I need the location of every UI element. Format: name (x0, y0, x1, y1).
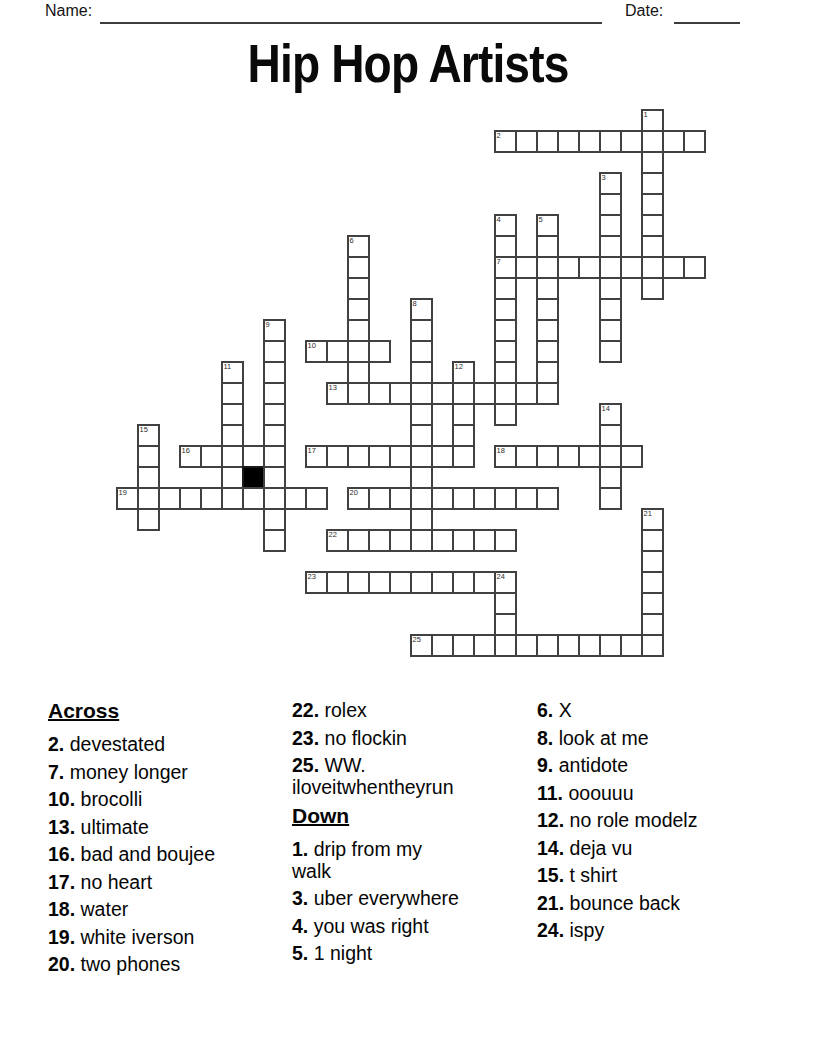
cell-number: 23 (308, 572, 316, 581)
grid-cell[interactable] (495, 236, 516, 257)
grid-cell[interactable] (411, 341, 432, 362)
grid-cell[interactable] (453, 572, 474, 593)
grid-cell[interactable] (537, 446, 558, 467)
grid-cell[interactable] (579, 257, 600, 278)
cell-number: 20 (350, 488, 358, 497)
grid-cell[interactable] (537, 236, 558, 257)
grid-cell[interactable]: 10 (306, 341, 327, 362)
grid-cell[interactable] (558, 446, 579, 467)
grid-cell[interactable] (369, 572, 390, 593)
grid-cell[interactable] (558, 131, 579, 152)
grid-cell[interactable] (495, 593, 516, 614)
grid-cell[interactable] (138, 446, 159, 467)
clue-12-down: 12. no role modelz (537, 809, 792, 831)
clue-23-across: 23. no flockin (292, 727, 464, 749)
grid-cell[interactable] (264, 446, 285, 467)
grid-cell[interactable] (579, 635, 600, 656)
grid-cell[interactable] (516, 635, 537, 656)
grid-cell[interactable] (453, 488, 474, 509)
grid-cell[interactable] (516, 446, 537, 467)
grid-cell[interactable] (411, 383, 432, 404)
grid-cell[interactable] (474, 530, 495, 551)
grid-cell[interactable] (432, 530, 453, 551)
grid-cell[interactable] (495, 362, 516, 383)
grid-cell[interactable] (495, 635, 516, 656)
grid-cell[interactable]: 21 (642, 509, 663, 530)
grid-cell[interactable]: 12 (453, 362, 474, 383)
grid-cell[interactable] (264, 404, 285, 425)
grid-cell[interactable] (579, 131, 600, 152)
grid-cell[interactable] (516, 257, 537, 278)
grid-cell[interactable] (642, 614, 663, 635)
grid-cell[interactable]: 22 (327, 530, 348, 551)
grid-cell[interactable] (495, 404, 516, 425)
grid-cell[interactable] (222, 383, 243, 404)
grid-cell[interactable]: 3 (600, 173, 621, 194)
date-blank (674, 22, 740, 24)
grid-cell[interactable] (411, 404, 432, 425)
grid-cell[interactable] (642, 236, 663, 257)
grid-cell[interactable] (348, 383, 369, 404)
grid-cell[interactable] (411, 467, 432, 488)
grid-cell[interactable] (453, 425, 474, 446)
grid-cell[interactable] (600, 236, 621, 257)
grid-cell[interactable]: 14 (600, 404, 621, 425)
grid-cell[interactable] (474, 488, 495, 509)
grid-cell[interactable] (642, 257, 663, 278)
grid-cell[interactable] (432, 572, 453, 593)
grid-cell[interactable] (138, 467, 159, 488)
grid-cell[interactable] (264, 362, 285, 383)
grid-cell[interactable] (390, 572, 411, 593)
grid-cell[interactable] (537, 341, 558, 362)
grid-cell[interactable] (600, 467, 621, 488)
grid-cell[interactable] (264, 530, 285, 551)
grid-cell[interactable]: 19 (117, 488, 138, 509)
grid-cell[interactable] (642, 278, 663, 299)
grid-cell[interactable] (621, 635, 642, 656)
grid-cell[interactable] (264, 341, 285, 362)
clue-22-across: 22. rolex (292, 699, 464, 721)
grid-cell[interactable] (327, 572, 348, 593)
grid-cell[interactable] (663, 257, 684, 278)
grid-cell[interactable] (348, 341, 369, 362)
grid-cell[interactable] (411, 425, 432, 446)
grid-cell[interactable] (201, 488, 222, 509)
grid-cell[interactable]: 4 (495, 215, 516, 236)
clue-3-down: 3. uber everywhere (292, 887, 464, 909)
grid-cell[interactable] (642, 572, 663, 593)
grid-cell[interactable] (222, 467, 243, 488)
clue-7-across: 7. money longer (48, 761, 283, 783)
grid-cell[interactable]: 1 (642, 110, 663, 131)
cell-number: 8 (413, 299, 417, 308)
grid-cell[interactable] (579, 446, 600, 467)
grid-cell[interactable] (264, 467, 285, 488)
grid-cell[interactable] (243, 446, 264, 467)
clue-1-down: 1. drip from my walk (292, 838, 464, 882)
grid-cell[interactable]: 25 (411, 635, 432, 656)
grid-cell[interactable] (642, 530, 663, 551)
grid-cell[interactable] (411, 488, 432, 509)
middle-clues-column: 22. rolex23. no flockin25. WW. iloveitwh… (292, 699, 464, 970)
grid-cell[interactable] (348, 446, 369, 467)
grid-cell[interactable] (411, 572, 432, 593)
grid-cell[interactable]: 24 (495, 572, 516, 593)
grid-cell[interactable] (537, 320, 558, 341)
black-cell (243, 467, 264, 488)
grid-cell[interactable] (537, 299, 558, 320)
grid-cell[interactable] (537, 278, 558, 299)
grid-cell[interactable]: 18 (495, 446, 516, 467)
grid-cell[interactable] (621, 131, 642, 152)
grid-cell[interactable] (159, 488, 180, 509)
grid-cell[interactable] (600, 488, 621, 509)
clue-21-down: 21. bounce back (537, 892, 792, 914)
cell-number: 5 (539, 215, 543, 224)
cell-number: 3 (602, 173, 606, 182)
grid-cell[interactable] (642, 173, 663, 194)
grid-cell[interactable] (537, 488, 558, 509)
grid-cell[interactable] (537, 635, 558, 656)
grid-cell[interactable]: 5 (537, 215, 558, 236)
grid-cell[interactable] (222, 404, 243, 425)
grid-cell[interactable] (327, 446, 348, 467)
grid-cell[interactable] (369, 488, 390, 509)
grid-cell[interactable] (642, 593, 663, 614)
grid-cell[interactable]: 13 (327, 383, 348, 404)
grid-cell[interactable] (432, 635, 453, 656)
grid-cell[interactable] (453, 530, 474, 551)
grid-cell[interactable] (222, 488, 243, 509)
grid-cell[interactable] (348, 278, 369, 299)
grid-cell[interactable] (453, 383, 474, 404)
grid-cell[interactable] (516, 131, 537, 152)
crossword-grid: 1234567891011121314151617181920212223242… (117, 110, 705, 656)
grid-cell[interactable]: 8 (411, 299, 432, 320)
grid-cell[interactable] (642, 131, 663, 152)
grid-cell[interactable] (411, 362, 432, 383)
grid-cell[interactable] (600, 278, 621, 299)
grid-cell[interactable] (348, 572, 369, 593)
grid-cell[interactable] (348, 530, 369, 551)
grid-cell[interactable] (474, 383, 495, 404)
grid-cell[interactable] (411, 320, 432, 341)
cell-number: 6 (350, 236, 354, 245)
cell-number: 25 (413, 635, 421, 644)
grid-cell[interactable]: 6 (348, 236, 369, 257)
cell-number: 18 (497, 446, 505, 455)
grid-cell[interactable] (600, 341, 621, 362)
grid-cell[interactable] (600, 194, 621, 215)
grid-cell[interactable] (369, 383, 390, 404)
cell-number: 22 (329, 530, 337, 539)
grid-cell[interactable] (474, 635, 495, 656)
grid-cell[interactable] (621, 257, 642, 278)
grid-cell[interactable] (369, 341, 390, 362)
grid-cell[interactable] (495, 488, 516, 509)
grid-cell[interactable] (390, 446, 411, 467)
grid-cell[interactable]: 23 (306, 572, 327, 593)
grid-cell[interactable] (684, 257, 705, 278)
name-blank (100, 22, 602, 24)
cell-number: 7 (497, 257, 501, 266)
clue-11-down: 11. ooouuu (537, 782, 792, 804)
grid-cell[interactable] (495, 383, 516, 404)
grid-cell[interactable] (411, 446, 432, 467)
grid-cell[interactable]: 20 (348, 488, 369, 509)
clue-24-down: 24. ispy (537, 919, 792, 941)
cell-number: 24 (497, 572, 505, 581)
grid-cell[interactable] (453, 635, 474, 656)
cell-number: 14 (602, 404, 610, 413)
grid-cell[interactable] (369, 446, 390, 467)
grid-cell[interactable] (432, 446, 453, 467)
clue-8-down: 8. look at me (537, 727, 792, 749)
across-clues-column: Across 2. devestated7. money longer10. b… (48, 699, 283, 981)
grid-cell[interactable] (138, 488, 159, 509)
clue-2-across: 2. devestated (48, 733, 283, 755)
grid-cell[interactable] (285, 488, 306, 509)
grid-cell[interactable] (600, 257, 621, 278)
down-clues-column: 6. X8. look at me9. antidote11. ooouuu12… (537, 699, 792, 947)
cell-number: 12 (455, 362, 463, 371)
grid-cell[interactable] (684, 131, 705, 152)
cell-number: 11 (224, 362, 232, 371)
grid-cell[interactable] (432, 488, 453, 509)
grid-cell[interactable] (327, 341, 348, 362)
grid-cell[interactable] (222, 446, 243, 467)
grid-cell[interactable] (495, 278, 516, 299)
cell-number: 4 (497, 215, 501, 224)
grid-cell[interactable] (600, 320, 621, 341)
grid-cell[interactable] (453, 404, 474, 425)
grid-cell[interactable] (600, 635, 621, 656)
clue-9-down: 9. antidote (537, 754, 792, 776)
puzzle-title: Hip Hop Artists (53, 33, 763, 94)
clue-15-down: 15. t shirt (537, 864, 792, 886)
grid-cell[interactable]: 2 (495, 131, 516, 152)
grid-cell[interactable] (642, 194, 663, 215)
grid-cell[interactable] (180, 488, 201, 509)
down-heading: Down (292, 804, 464, 828)
across-heading: Across (48, 699, 283, 723)
grid-cell[interactable] (642, 152, 663, 173)
date-label: Date: (625, 2, 663, 20)
clue-25-across: 25. WW. iloveitwhentheyrun (292, 754, 464, 798)
grid-cell[interactable] (558, 257, 579, 278)
grid-cell[interactable] (495, 320, 516, 341)
cell-number: 16 (182, 446, 190, 455)
grid-cell[interactable]: 7 (495, 257, 516, 278)
grid-cell[interactable] (537, 362, 558, 383)
clue-19-across: 19. white iverson (48, 926, 283, 948)
grid-cell[interactable] (264, 488, 285, 509)
cell-number: 19 (119, 488, 127, 497)
grid-cell[interactable] (390, 530, 411, 551)
grid-cell[interactable] (306, 488, 327, 509)
grid-cell[interactable] (516, 488, 537, 509)
cell-number: 15 (140, 425, 148, 434)
grid-cell[interactable] (537, 257, 558, 278)
clue-6-down: 6. X (537, 699, 792, 721)
grid-cell[interactable]: 16 (180, 446, 201, 467)
clue-20-across: 20. two phones (48, 953, 283, 975)
cell-number: 21 (644, 509, 652, 518)
grid-cell[interactable] (264, 509, 285, 530)
grid-cell[interactable] (348, 320, 369, 341)
grid-cell[interactable] (390, 488, 411, 509)
grid-cell[interactable] (474, 572, 495, 593)
grid-cell[interactable] (348, 362, 369, 383)
grid-cell[interactable] (600, 446, 621, 467)
grid-cell[interactable] (222, 425, 243, 446)
grid-cell[interactable]: 17 (306, 446, 327, 467)
grid-cell[interactable] (621, 446, 642, 467)
grid-cell[interactable] (495, 299, 516, 320)
grid-cell[interactable] (642, 635, 663, 656)
cell-number: 13 (329, 383, 337, 392)
grid-cell[interactable] (663, 131, 684, 152)
grid-cell[interactable] (600, 425, 621, 446)
grid-cell[interactable] (537, 131, 558, 152)
grid-cell[interactable] (600, 299, 621, 320)
clue-14-down: 14. deja vu (537, 837, 792, 859)
grid-cell[interactable] (495, 341, 516, 362)
grid-cell[interactable] (600, 215, 621, 236)
grid-cell[interactable] (243, 488, 264, 509)
grid-cell[interactable] (411, 509, 432, 530)
grid-cell[interactable] (453, 446, 474, 467)
cell-number: 17 (308, 446, 316, 455)
grid-cell[interactable] (642, 215, 663, 236)
grid-cell[interactable] (537, 383, 558, 404)
grid-cell[interactable] (516, 383, 537, 404)
clue-17-across: 17. no heart (48, 871, 283, 893)
cell-number: 10 (308, 341, 316, 350)
clue-13-across: 13. ultimate (48, 816, 283, 838)
clue-4-down: 4. you was right (292, 915, 464, 937)
grid-cell[interactable]: 11 (222, 362, 243, 383)
cell-number: 2 (497, 131, 501, 140)
cell-number: 1 (644, 110, 648, 119)
grid-cell[interactable] (390, 383, 411, 404)
grid-cell[interactable] (264, 425, 285, 446)
grid-cell[interactable] (642, 551, 663, 572)
grid-cell[interactable] (411, 530, 432, 551)
clue-18-across: 18. water (48, 898, 283, 920)
grid-cell[interactable] (348, 257, 369, 278)
cell-number: 9 (266, 320, 270, 329)
worksheet-page: { "header": { "name_label": "Name:", "da… (0, 0, 816, 1056)
grid-cell[interactable] (495, 530, 516, 551)
clue-5-down: 5. 1 night (292, 942, 464, 964)
grid-cell[interactable] (432, 383, 453, 404)
grid-cell[interactable] (348, 299, 369, 320)
clue-16-across: 16. bad and boujee (48, 843, 283, 865)
grid-cell[interactable]: 9 (264, 320, 285, 341)
grid-cell[interactable] (264, 383, 285, 404)
grid-cell[interactable] (600, 131, 621, 152)
grid-cell[interactable] (495, 614, 516, 635)
grid-cell[interactable] (138, 509, 159, 530)
grid-cell[interactable] (201, 446, 222, 467)
name-label: Name: (45, 2, 92, 20)
clue-10-across: 10. brocolli (48, 788, 283, 810)
grid-cell[interactable] (369, 530, 390, 551)
grid-cell[interactable] (558, 635, 579, 656)
grid-cell[interactable]: 15 (138, 425, 159, 446)
